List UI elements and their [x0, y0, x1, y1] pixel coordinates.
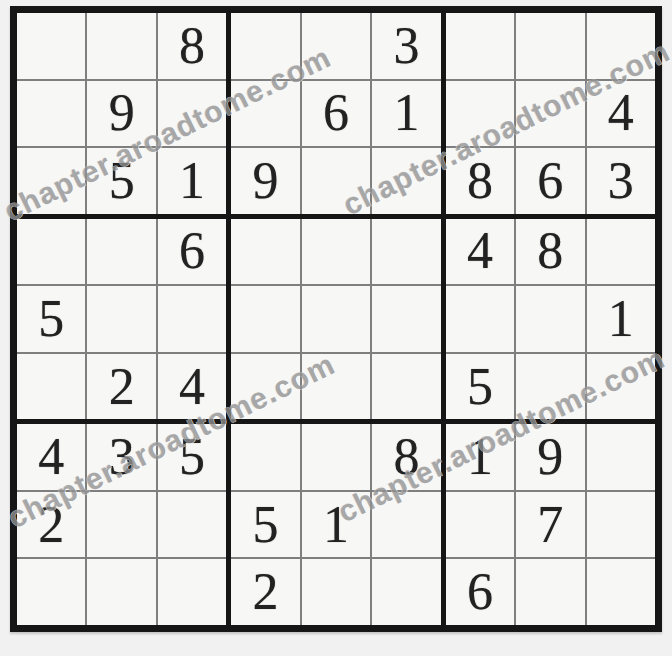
cell-r7c3[interactable]: 5 — [158, 424, 226, 490]
cell-r6c2[interactable]: 2 — [87, 354, 155, 420]
box-7: 4352 — [17, 424, 226, 625]
cell-r7c1[interactable]: 4 — [17, 424, 85, 490]
cell-r2c1[interactable] — [17, 81, 85, 147]
cell-r4c1[interactable] — [17, 219, 85, 285]
cell-r8c7[interactable] — [446, 492, 514, 558]
cell-r1c8[interactable] — [516, 13, 584, 79]
cell-r8c1[interactable]: 2 — [17, 492, 85, 558]
cell-r1c3[interactable]: 8 — [158, 13, 226, 79]
cell-r5c6[interactable] — [372, 286, 440, 352]
cell-r6c9[interactable] — [587, 354, 655, 420]
cell-r7c9[interactable] — [587, 424, 655, 490]
cell-r6c8[interactable] — [516, 354, 584, 420]
cell-r3c6[interactable] — [372, 148, 440, 214]
cell-r9c5[interactable] — [302, 559, 370, 625]
cell-r7c7[interactable]: 1 — [446, 424, 514, 490]
cell-r9c2[interactable] — [87, 559, 155, 625]
cell-r4c4[interactable] — [231, 219, 299, 285]
cell-r5c3[interactable] — [158, 286, 226, 352]
cell-r2c8[interactable] — [516, 81, 584, 147]
cell-r4c9[interactable] — [587, 219, 655, 285]
cell-r2c9[interactable]: 4 — [587, 81, 655, 147]
cell-r8c4[interactable]: 5 — [231, 492, 299, 558]
cell-r2c7[interactable] — [446, 81, 514, 147]
cell-r8c2[interactable] — [87, 492, 155, 558]
cell-r5c4[interactable] — [231, 286, 299, 352]
cell-r2c4[interactable] — [231, 81, 299, 147]
cell-r6c4[interactable] — [231, 354, 299, 420]
cell-r3c8[interactable]: 6 — [516, 148, 584, 214]
cell-r1c7[interactable] — [446, 13, 514, 79]
cell-r7c4[interactable] — [231, 424, 299, 490]
cell-r3c3[interactable]: 1 — [158, 148, 226, 214]
box-8: 8512 — [231, 424, 440, 625]
cell-r5c9[interactable]: 1 — [587, 286, 655, 352]
cell-r8c9[interactable] — [587, 492, 655, 558]
cell-r3c9[interactable]: 3 — [587, 148, 655, 214]
cell-r1c1[interactable] — [17, 13, 85, 79]
box-9: 1976 — [446, 424, 655, 625]
cell-r1c4[interactable] — [231, 13, 299, 79]
sudoku-board: 89513619486365244815435285121976 — [10, 6, 662, 632]
cell-r3c2[interactable]: 5 — [87, 148, 155, 214]
cell-r7c2[interactable]: 3 — [87, 424, 155, 490]
cell-r9c8[interactable] — [516, 559, 584, 625]
cell-r4c2[interactable] — [87, 219, 155, 285]
cell-r9c6[interactable] — [372, 559, 440, 625]
cell-r5c7[interactable] — [446, 286, 514, 352]
cell-r8c8[interactable]: 7 — [516, 492, 584, 558]
cell-r5c5[interactable] — [302, 286, 370, 352]
cell-r9c7[interactable]: 6 — [446, 559, 514, 625]
cell-r6c6[interactable] — [372, 354, 440, 420]
cell-r6c1[interactable] — [17, 354, 85, 420]
cell-r9c9[interactable] — [587, 559, 655, 625]
cell-r6c5[interactable] — [302, 354, 370, 420]
cell-r3c4[interactable]: 9 — [231, 148, 299, 214]
cell-r4c7[interactable]: 4 — [446, 219, 514, 285]
cell-r1c2[interactable] — [87, 13, 155, 79]
cell-r2c2[interactable]: 9 — [87, 81, 155, 147]
box-3: 4863 — [446, 13, 655, 214]
page: 89513619486365244815435285121976 chapter… — [0, 0, 672, 656]
box-1: 8951 — [17, 13, 226, 214]
cell-r4c3[interactable]: 6 — [158, 219, 226, 285]
cell-r8c3[interactable] — [158, 492, 226, 558]
cell-r5c8[interactable] — [516, 286, 584, 352]
cell-r8c5[interactable]: 1 — [302, 492, 370, 558]
box-6: 4815 — [446, 219, 655, 420]
cell-r7c8[interactable]: 9 — [516, 424, 584, 490]
cell-r1c5[interactable] — [302, 13, 370, 79]
box-2: 3619 — [231, 13, 440, 214]
cell-r3c5[interactable] — [302, 148, 370, 214]
cell-r7c5[interactable] — [302, 424, 370, 490]
cell-r4c8[interactable]: 8 — [516, 219, 584, 285]
cell-r9c1[interactable] — [17, 559, 85, 625]
cell-r2c6[interactable]: 1 — [372, 81, 440, 147]
cell-r2c5[interactable]: 6 — [302, 81, 370, 147]
cell-r3c1[interactable] — [17, 148, 85, 214]
box-5 — [231, 219, 440, 420]
cell-r7c6[interactable]: 8 — [372, 424, 440, 490]
cell-r9c3[interactable] — [158, 559, 226, 625]
cell-r9c4[interactable]: 2 — [231, 559, 299, 625]
cell-r8c6[interactable] — [372, 492, 440, 558]
cell-r6c3[interactable]: 4 — [158, 354, 226, 420]
cell-r5c2[interactable] — [87, 286, 155, 352]
box-4: 6524 — [17, 219, 226, 420]
cell-r4c5[interactable] — [302, 219, 370, 285]
cell-r5c1[interactable]: 5 — [17, 286, 85, 352]
cell-r3c7[interactable]: 8 — [446, 148, 514, 214]
cell-r6c7[interactable]: 5 — [446, 354, 514, 420]
cell-r1c9[interactable] — [587, 13, 655, 79]
cell-r2c3[interactable] — [158, 81, 226, 147]
cell-r4c6[interactable] — [372, 219, 440, 285]
cell-r1c6[interactable]: 3 — [372, 13, 440, 79]
